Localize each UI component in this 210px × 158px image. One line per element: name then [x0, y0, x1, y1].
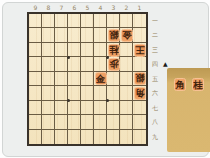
shogi-board: 銀金桂王歩金銀角: [27, 12, 148, 146]
widget-panel: 987654321 一二三四五六七八九 銀金桂王歩金銀角 ▲ 角桂: [2, 2, 209, 157]
shogi-piece[interactable]: 桂: [108, 44, 120, 57]
hand-piece[interactable]: 桂: [192, 78, 204, 91]
file-label: 8: [42, 4, 55, 12]
shogi-piece[interactable]: 金: [95, 72, 107, 85]
file-label: 5: [81, 4, 94, 12]
shogi-piece[interactable]: 金: [121, 29, 133, 42]
rank-label: 七: [150, 101, 160, 115]
rank-label: 三: [150, 43, 160, 57]
file-label: 2: [120, 4, 133, 12]
rank-label: 六: [150, 86, 160, 100]
piece-layer: 銀金桂王歩金銀角: [29, 14, 146, 144]
file-label: 1: [133, 4, 146, 12]
hand-piece[interactable]: 角: [174, 78, 186, 91]
shogi-piece[interactable]: 銀: [134, 72, 146, 85]
tsume-shogi-widget: 987654321 一二三四五六七八九 銀金桂王歩金銀角 ▲ 角桂: [0, 0, 210, 158]
rank-label: 九: [150, 130, 160, 144]
sente-hand-pieces: 角桂: [167, 68, 210, 91]
shogi-piece[interactable]: 銀: [108, 29, 120, 42]
shogi-piece[interactable]: 角: [134, 87, 146, 100]
file-label: 7: [55, 4, 68, 12]
file-label: 3: [107, 4, 120, 12]
file-coordinate-labels: 987654321: [29, 4, 146, 12]
rank-coordinate-labels: 一二三四五六七八九: [150, 14, 160, 144]
file-label: 9: [29, 4, 42, 12]
shogi-piece[interactable]: 王: [134, 44, 146, 57]
rank-label: 一: [150, 14, 160, 28]
shogi-piece[interactable]: 歩: [108, 58, 120, 71]
file-label: 4: [94, 4, 107, 12]
rank-label: 二: [150, 28, 160, 42]
rank-label: 八: [150, 115, 160, 129]
komadai-piece-stand: 角桂: [167, 68, 210, 152]
sente-marker-icon: ▲: [163, 60, 168, 67]
rank-label: 五: [150, 72, 160, 86]
rank-label: 四: [150, 57, 160, 71]
file-label: 6: [68, 4, 81, 12]
